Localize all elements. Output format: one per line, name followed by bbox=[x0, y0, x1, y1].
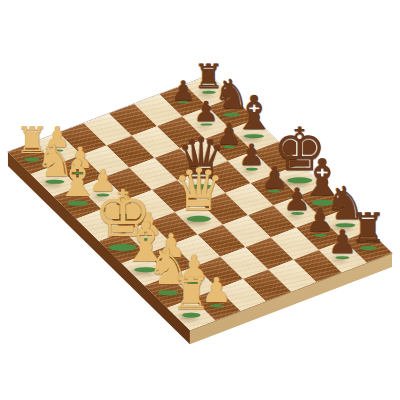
green-felt-base bbox=[209, 304, 223, 307]
piece-black-pawn-a7[interactable]: ♟ bbox=[171, 77, 195, 104]
piece-black-pawn-h7[interactable]: ♟ bbox=[328, 227, 357, 260]
white-queen-icon: ♛ bbox=[173, 160, 225, 218]
black-pawn-icon: ♟ bbox=[194, 98, 219, 126]
chess-set-photo: ♜♞♝♚♝♞♜♟♟♟♟♟♟♟♟♛♛♟♟♟♟♟♟♟♟♜♞♝♚♝♞♜ bbox=[0, 0, 400, 400]
piece-white-queen-e4[interactable]: ♛ bbox=[173, 160, 225, 221]
green-felt-base bbox=[336, 256, 350, 259]
black-pawn-icon: ♟ bbox=[328, 227, 357, 260]
piece-white-rook-h1[interactable]: ♜ bbox=[171, 272, 210, 317]
white-rook-icon: ♜ bbox=[171, 272, 210, 316]
green-felt-base bbox=[359, 246, 376, 250]
green-felt-base bbox=[178, 101, 189, 104]
pieces-layer: ♜♞♝♚♝♞♜♟♟♟♟♟♟♟♟♛♛♟♟♟♟♟♟♟♟♜♞♝♚♝♞♜ bbox=[0, 0, 400, 400]
green-felt-base bbox=[313, 234, 326, 237]
piece-black-pawn-b7[interactable]: ♟ bbox=[194, 98, 219, 126]
black-pawn-icon: ♟ bbox=[171, 77, 195, 104]
